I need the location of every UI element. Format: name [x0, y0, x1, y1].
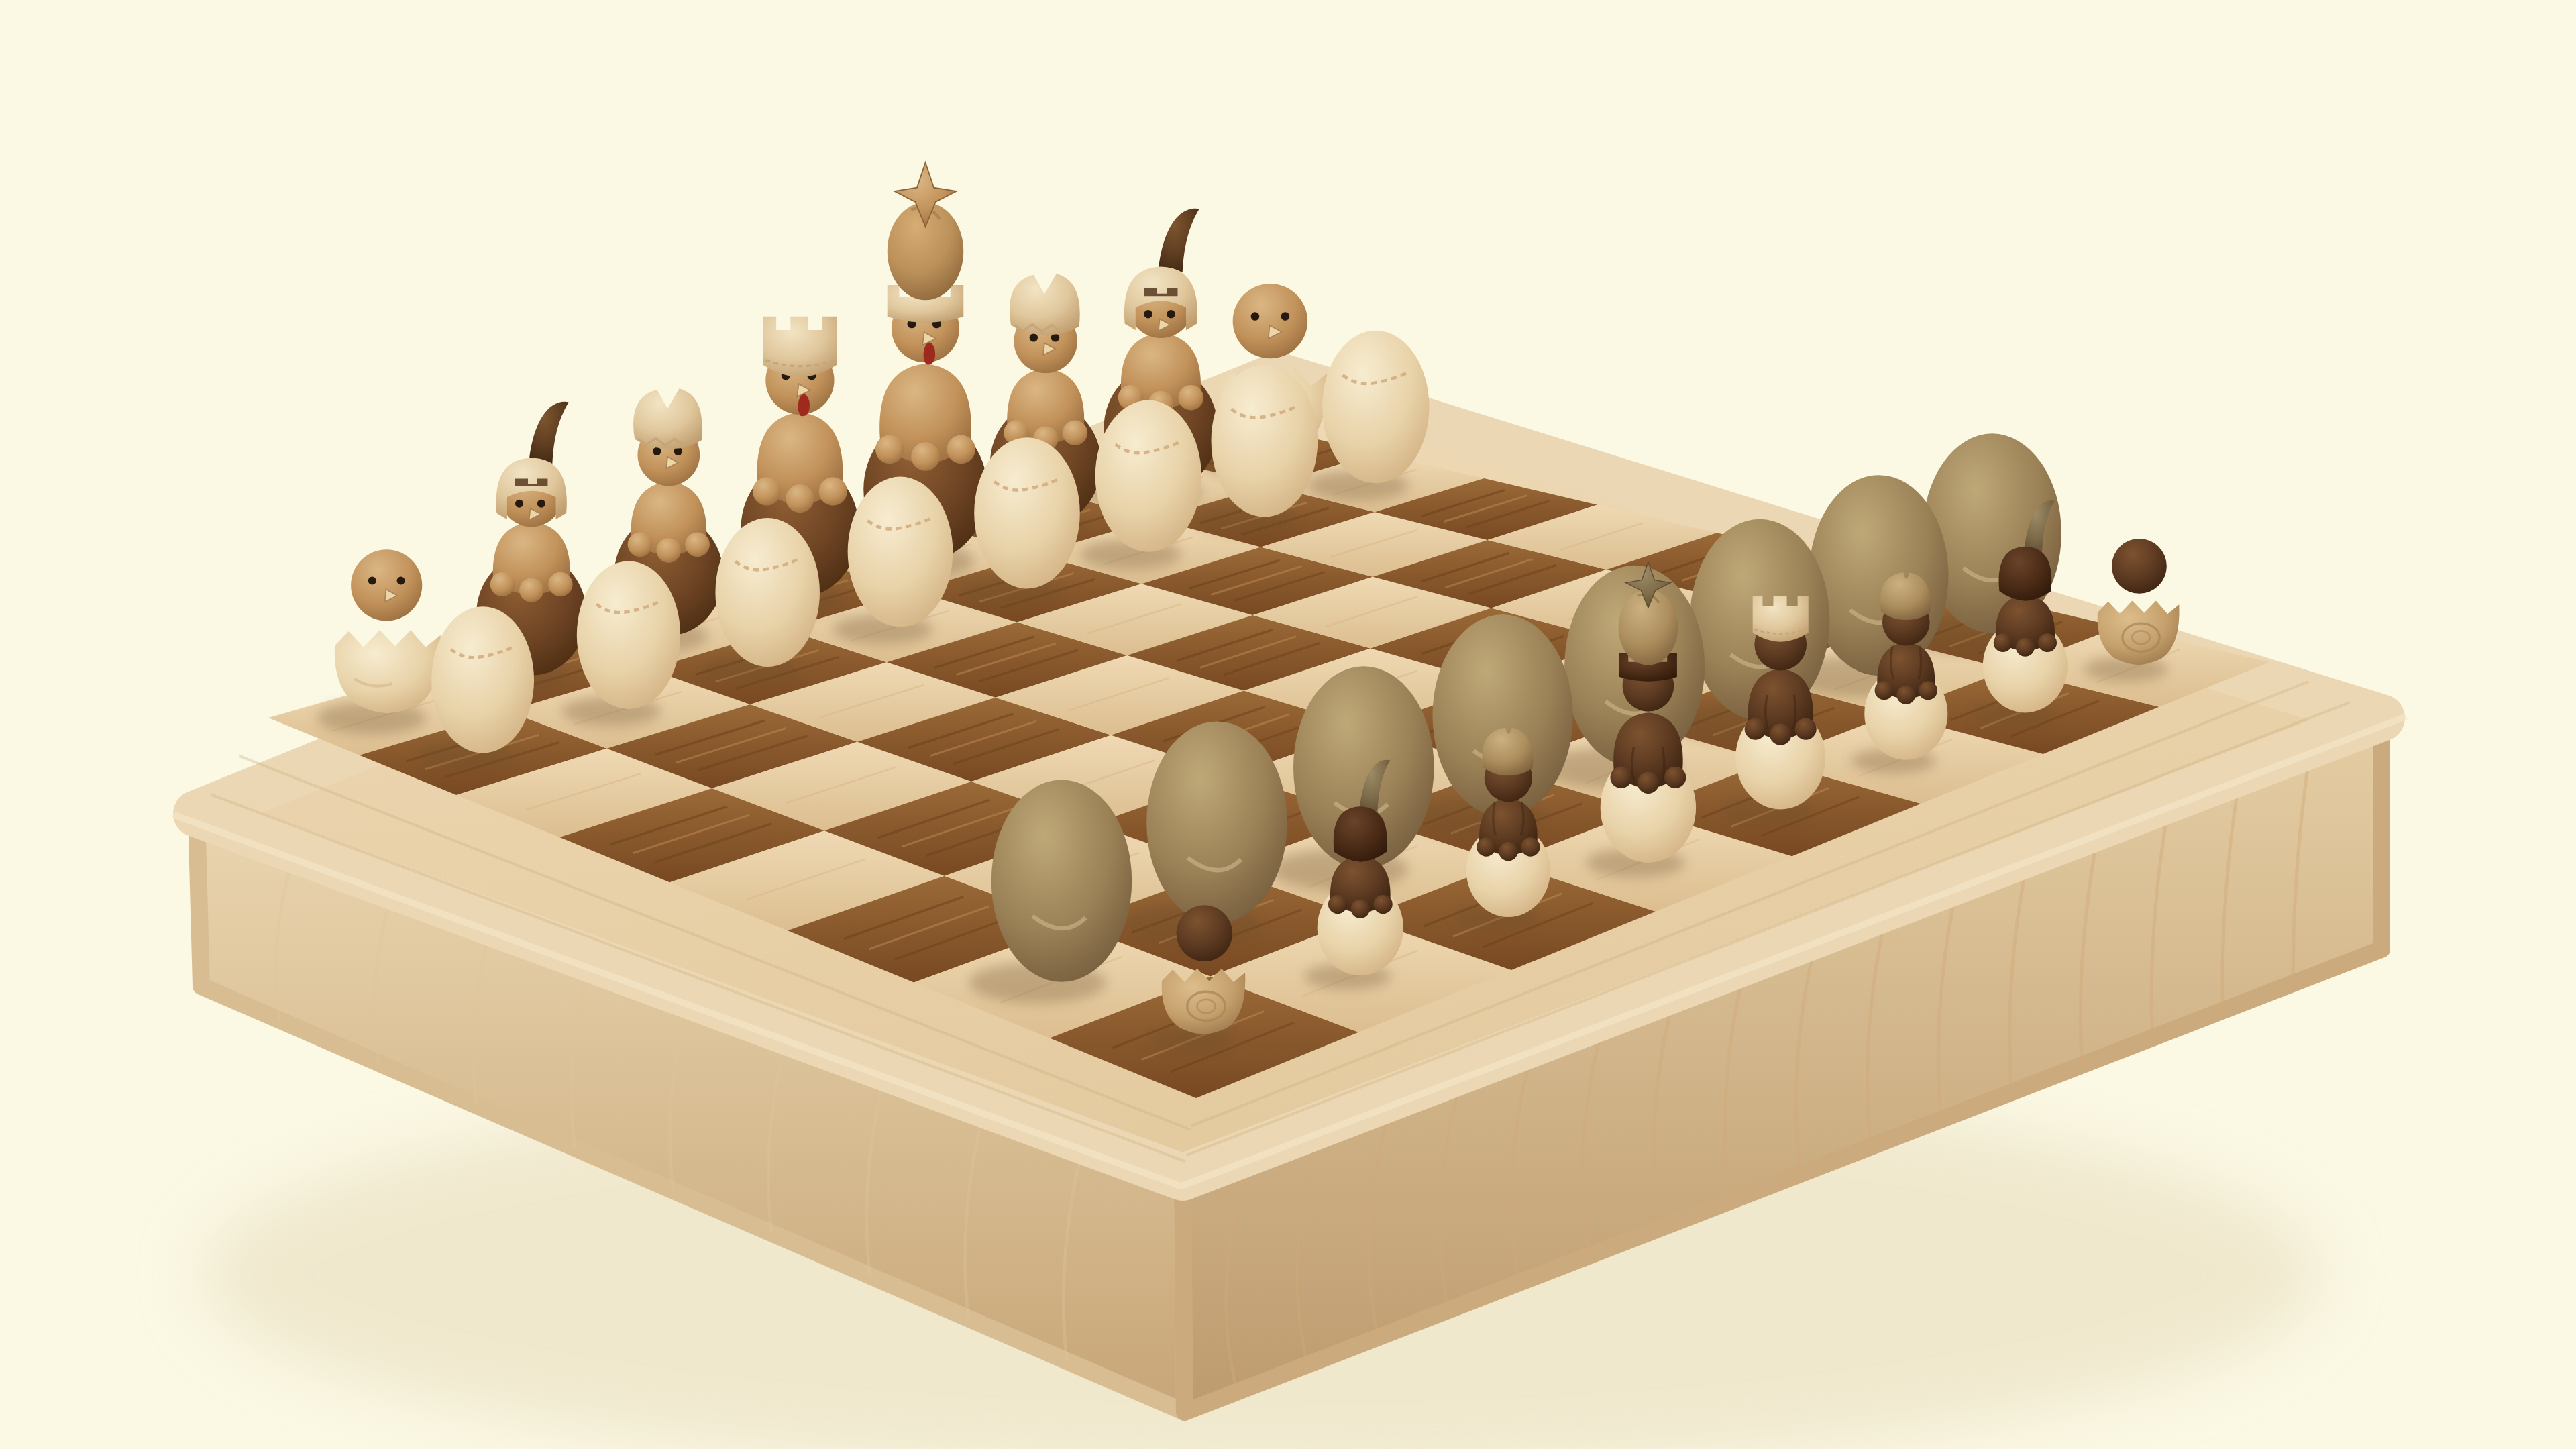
render-root [173, 162, 2406, 1449]
chess-product-render: Wooden chicken-and-egg themed chess set … [0, 0, 2576, 1449]
scene: Wooden chicken-and-egg themed chess set … [0, 0, 2576, 1449]
chessboard-svg [0, 0, 2576, 1449]
